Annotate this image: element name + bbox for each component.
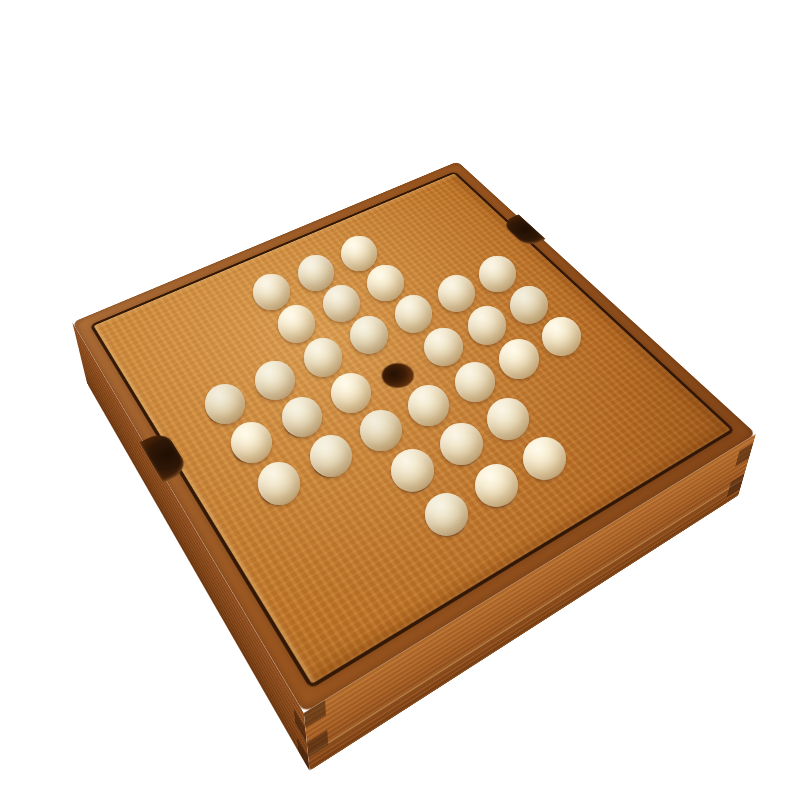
board-hole [406,394,451,430]
board-hole [422,500,471,542]
board-hole [251,284,291,313]
board-hole [389,458,436,498]
board-hole [508,296,550,326]
board-hole [308,444,354,483]
board-hole [228,430,273,468]
finger-joints-left-end [304,700,330,771]
board-hole [302,347,345,380]
board-void [213,324,286,380]
board-hole [256,470,303,510]
board-hole [321,294,362,324]
board-hole [348,326,390,358]
board-hole [477,266,518,294]
hole-with-marble [306,283,377,335]
sliding-lid [94,174,731,684]
board-hole [203,392,247,427]
board-hole [520,446,568,485]
solitaire-box [87,221,738,771]
board-hole [465,316,507,347]
box-rim-top [72,161,756,712]
board-hole [393,305,435,335]
board-hole [358,419,404,456]
board-hole [497,349,541,382]
board-hole [452,371,496,405]
board-hole [329,382,373,417]
board-hole [485,407,531,443]
board-hole [339,246,378,273]
board-hole [280,405,325,441]
board-hole [365,275,405,304]
board-hole [436,285,477,314]
board-hole [276,314,317,345]
board-hole [422,337,465,369]
board-hole [376,359,420,392]
board-hole [296,264,335,292]
board-void [142,313,213,368]
hole-with-marble [237,273,307,324]
board-hole [472,472,521,512]
product-photo [0,0,800,800]
board-hole [253,369,296,403]
board-hole [540,327,583,359]
scene [0,0,800,800]
board-hole [438,432,485,470]
